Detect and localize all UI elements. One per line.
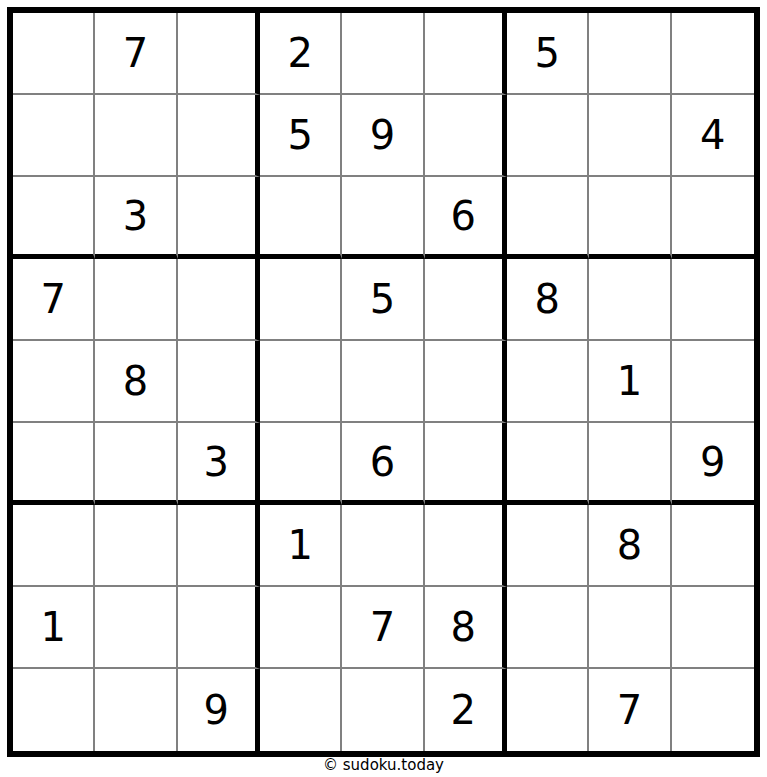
cell-r8c4[interactable] bbox=[260, 587, 342, 669]
cell-r9c8[interactable]: 7 bbox=[589, 669, 671, 751]
cell-r9c7[interactable] bbox=[507, 669, 589, 751]
cell-r4c6[interactable] bbox=[425, 259, 507, 341]
cell-r8c6[interactable]: 8 bbox=[425, 587, 507, 669]
cell-r3c5[interactable] bbox=[342, 177, 424, 259]
cell-r1c6[interactable] bbox=[425, 13, 507, 95]
sudoku-board: 7 2 5 5 9 4 3 6 7 5 8 8 1 3 6 9 1 bbox=[7, 7, 760, 757]
cell-r5c8[interactable]: 1 bbox=[589, 341, 671, 423]
cell-r6c2[interactable] bbox=[95, 423, 177, 505]
cell-r6c1[interactable] bbox=[13, 423, 95, 505]
cell-r9c1[interactable] bbox=[13, 669, 95, 751]
cell-r2c2[interactable] bbox=[95, 95, 177, 177]
cell-r4c7[interactable]: 8 bbox=[507, 259, 589, 341]
cell-r1c8[interactable] bbox=[589, 13, 671, 95]
cell-r2c4[interactable]: 5 bbox=[260, 95, 342, 177]
cell-r5c3[interactable] bbox=[178, 341, 260, 423]
cell-r7c9[interactable] bbox=[672, 505, 754, 587]
cell-r2c9[interactable]: 4 bbox=[672, 95, 754, 177]
cell-r1c3[interactable] bbox=[178, 13, 260, 95]
cell-r9c9[interactable] bbox=[672, 669, 754, 751]
cell-r5c7[interactable] bbox=[507, 341, 589, 423]
cell-r6c9[interactable]: 9 bbox=[672, 423, 754, 505]
cell-r1c2[interactable]: 7 bbox=[95, 13, 177, 95]
cell-r4c5[interactable]: 5 bbox=[342, 259, 424, 341]
cell-r1c1[interactable] bbox=[13, 13, 95, 95]
cell-r4c1[interactable]: 7 bbox=[13, 259, 95, 341]
cell-r2c5[interactable]: 9 bbox=[342, 95, 424, 177]
cell-r3c2[interactable]: 3 bbox=[95, 177, 177, 259]
cell-r2c8[interactable] bbox=[589, 95, 671, 177]
cell-r4c4[interactable] bbox=[260, 259, 342, 341]
cell-r3c4[interactable] bbox=[260, 177, 342, 259]
cell-r3c8[interactable] bbox=[589, 177, 671, 259]
cell-r4c3[interactable] bbox=[178, 259, 260, 341]
cell-r1c7[interactable]: 5 bbox=[507, 13, 589, 95]
cell-r3c9[interactable] bbox=[672, 177, 754, 259]
cell-r9c3[interactable]: 9 bbox=[178, 669, 260, 751]
cell-r7c7[interactable] bbox=[507, 505, 589, 587]
cell-r8c5[interactable]: 7 bbox=[342, 587, 424, 669]
cell-r6c7[interactable] bbox=[507, 423, 589, 505]
cell-r3c3[interactable] bbox=[178, 177, 260, 259]
cell-r3c1[interactable] bbox=[13, 177, 95, 259]
cell-r7c6[interactable] bbox=[425, 505, 507, 587]
cell-r2c1[interactable] bbox=[13, 95, 95, 177]
cell-r5c6[interactable] bbox=[425, 341, 507, 423]
cell-r6c4[interactable] bbox=[260, 423, 342, 505]
cell-r2c3[interactable] bbox=[178, 95, 260, 177]
cell-r1c5[interactable] bbox=[342, 13, 424, 95]
cell-r8c7[interactable] bbox=[507, 587, 589, 669]
cell-r7c4[interactable]: 1 bbox=[260, 505, 342, 587]
cell-r5c5[interactable] bbox=[342, 341, 424, 423]
cell-r8c3[interactable] bbox=[178, 587, 260, 669]
cell-r3c6[interactable]: 6 bbox=[425, 177, 507, 259]
cell-r7c2[interactable] bbox=[95, 505, 177, 587]
cell-r9c2[interactable] bbox=[95, 669, 177, 751]
cell-r7c1[interactable] bbox=[13, 505, 95, 587]
cell-r2c6[interactable] bbox=[425, 95, 507, 177]
cell-r7c3[interactable] bbox=[178, 505, 260, 587]
cell-r9c6[interactable]: 2 bbox=[425, 669, 507, 751]
cell-r4c2[interactable] bbox=[95, 259, 177, 341]
cell-r8c9[interactable] bbox=[672, 587, 754, 669]
cell-r5c1[interactable] bbox=[13, 341, 95, 423]
cell-r1c4[interactable]: 2 bbox=[260, 13, 342, 95]
cell-r5c2[interactable]: 8 bbox=[95, 341, 177, 423]
cell-r4c8[interactable] bbox=[589, 259, 671, 341]
cell-r4c9[interactable] bbox=[672, 259, 754, 341]
cell-r8c2[interactable] bbox=[95, 587, 177, 669]
cell-r6c8[interactable] bbox=[589, 423, 671, 505]
cell-r8c1[interactable]: 1 bbox=[13, 587, 95, 669]
cell-r6c6[interactable] bbox=[425, 423, 507, 505]
cell-r5c4[interactable] bbox=[260, 341, 342, 423]
cell-r9c5[interactable] bbox=[342, 669, 424, 751]
cell-r9c4[interactable] bbox=[260, 669, 342, 751]
cell-r5c9[interactable] bbox=[672, 341, 754, 423]
cell-r6c3[interactable]: 3 bbox=[178, 423, 260, 505]
credit-text: © sudoku.today bbox=[0, 756, 767, 774]
cell-r2c7[interactable] bbox=[507, 95, 589, 177]
cell-r1c9[interactable] bbox=[672, 13, 754, 95]
cell-r6c5[interactable]: 6 bbox=[342, 423, 424, 505]
cell-r7c5[interactable] bbox=[342, 505, 424, 587]
cell-r8c8[interactable] bbox=[589, 587, 671, 669]
cell-r7c8[interactable]: 8 bbox=[589, 505, 671, 587]
cell-r3c7[interactable] bbox=[507, 177, 589, 259]
